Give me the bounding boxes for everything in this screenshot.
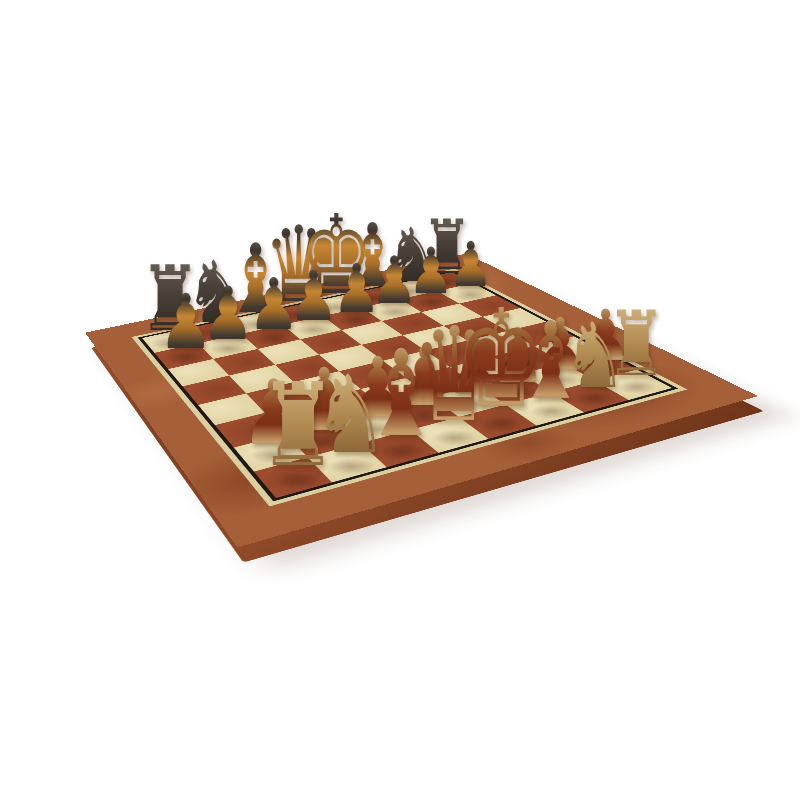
board-inlay-strip [131, 269, 687, 507]
product-photo-stage: ♜♞♝♛♚♝♞♜♟♟♟♟♟♟♟♟♟♟♟♟♟♟♟♟♜♞♝♛♚♝♞♜ [0, 0, 800, 800]
chess-grid [138, 271, 678, 502]
